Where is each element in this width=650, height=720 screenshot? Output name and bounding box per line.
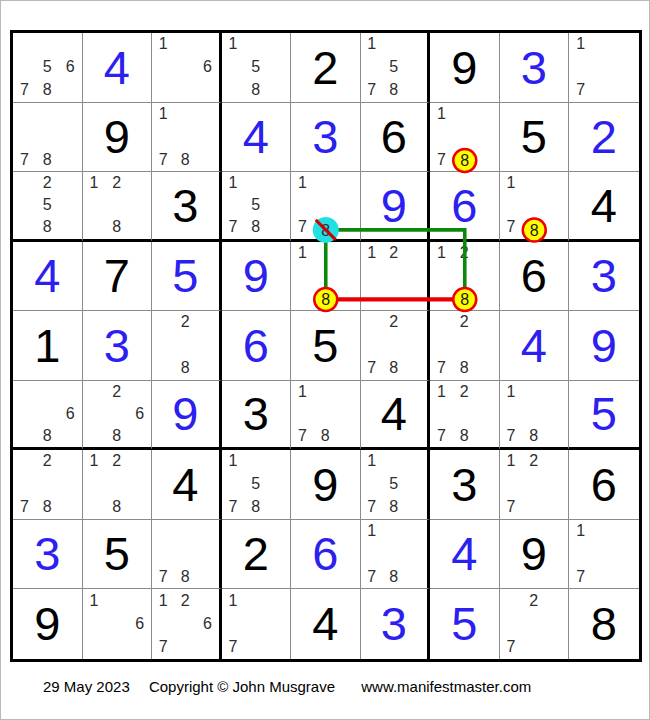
candidate-digit [174,520,196,543]
candidate-digit [174,334,196,357]
given-digit: 3 [152,172,219,239]
candidate-digit: 1 [291,172,314,194]
cell-r2c6[interactable]: 6 [361,103,431,173]
candidate-digit [196,125,218,148]
cell-r3c2[interactable]: 128 [83,172,153,242]
cell-r8c9[interactable]: 17 [569,520,639,590]
cell-r5c9[interactable]: 9 [569,311,639,381]
candidate-grid: 68 [13,381,82,448]
cell-r7c7[interactable]: 3 [430,450,500,520]
cell-r8c7[interactable]: 4 [430,520,500,590]
candidate-digit [500,403,523,425]
candidate-grid: 16 [83,589,152,659]
cell-r9c9[interactable]: 8 [569,589,639,659]
candidate-digit: 7 [361,565,383,588]
candidate-digit [267,496,290,519]
cell-r9c6[interactable]: 3 [361,589,431,659]
given-digit: 9 [500,520,569,589]
candidate-digit [83,496,106,519]
cell-r8c5[interactable]: 6 [291,520,361,590]
cell-r1c4[interactable]: 158 [222,33,292,103]
candidate-digit [476,311,499,334]
candidate-digit [267,194,290,216]
solved-digit: 4 [83,33,152,102]
candidate-digit [405,242,427,265]
candidate-digit [430,311,453,334]
candidate-digit [59,473,82,496]
candidate-grid: 128 [83,172,152,239]
candidate-digit: 7 [13,148,36,171]
candidate-digit [59,450,82,473]
candidate-digit: 8 [314,287,337,310]
candidate-digit [361,542,383,565]
candidate-digit [545,194,568,216]
candidate-digit [615,542,638,565]
cell-r7c9[interactable]: 6 [569,450,639,520]
candidate-digit [314,242,337,265]
cell-r9c1[interactable]: 9 [13,589,83,659]
cell-r4c4[interactable]: 9 [222,242,292,312]
cell-r8c6[interactable]: 178 [361,520,431,590]
candidate-digit [105,403,128,425]
solved-digit: 9 [222,242,291,311]
candidate-digit [361,287,383,310]
cell-r7c3[interactable]: 4 [152,450,222,520]
candidate-digit: 7 [569,565,592,588]
candidate-digit: 8 [105,425,128,447]
cell-r1c6[interactable]: 1578 [361,33,431,103]
cell-r8c4[interactable]: 2 [222,520,292,590]
candidate-grid: 12 [361,242,428,311]
given-digit: 4 [152,450,219,519]
cell-r4c5[interactable]: 18 [291,242,361,312]
candidate-digit [244,33,267,56]
cell-r5c5[interactable]: 5 [291,311,361,381]
candidate-grid: 278 [430,311,499,380]
candidate-digit: 1 [152,589,174,612]
cell-r9c7[interactable]: 5 [430,589,500,659]
candidate-digit [522,194,545,216]
candidate-digit [36,103,59,126]
cell-r5c1[interactable]: 1 [13,311,83,381]
cell-r9c5[interactable]: 4 [291,589,361,659]
candidate-digit: 1 [152,33,174,56]
candidate-digit [405,542,427,565]
candidate-digit: 5 [383,473,405,496]
candidate-grid: 127 [500,450,569,519]
candidate-digit [545,216,568,238]
given-digit: 9 [83,103,152,172]
candidate-digit [592,520,615,543]
solved-digit: 2 [569,103,639,172]
candidate-digit: 7 [361,357,383,380]
candidate-digit [500,194,523,216]
cell-r1c7[interactable]: 9 [430,33,500,103]
candidate-grid: 128 [430,242,499,311]
candidate-digit [59,172,82,194]
candidate-digit [222,194,245,216]
cell-r5c7[interactable]: 278 [430,311,500,381]
candidate-digit [314,172,337,194]
candidate-digit [196,542,218,565]
candidate-digit [83,425,106,447]
candidate-digit: 6 [59,403,82,425]
cell-r2c3[interactable]: 178 [152,103,222,173]
candidate-digit [337,425,360,447]
candidate-digit: 2 [383,242,405,265]
candidate-digit [59,381,82,403]
candidate-grid: 178 [500,381,569,448]
candidate-grid: 178 [152,103,219,172]
cell-r5c8[interactable]: 4 [500,311,570,381]
candidate-digit: 7 [361,496,383,519]
cell-r7c4[interactable]: 1578 [222,450,292,520]
candidate-digit [592,79,615,102]
candidate-grid: 1267 [152,589,219,659]
candidate-grid: 178 [500,172,569,239]
candidate-digit: 1 [83,172,106,194]
candidate-digit [430,264,453,287]
candidate-digit: 2 [36,172,59,194]
candidate-digit [569,56,592,79]
candidate-digit [174,612,196,635]
candidate-digit: 8 [36,425,59,447]
cell-r8c8[interactable]: 9 [500,520,570,590]
candidate-digit [13,450,36,473]
candidate-digit [196,103,218,126]
candidate-digit [174,56,196,79]
candidate-digit: 8 [174,148,196,171]
candidate-digit [13,172,36,194]
cell-r3c3[interactable]: 3 [152,172,222,242]
candidate-digit: 8 [174,565,196,588]
candidate-digit [152,56,174,79]
cell-r4c6[interactable]: 12 [361,242,431,312]
candidate-grid: 28 [152,311,219,380]
candidate-digit [592,542,615,565]
candidate-digit [83,194,106,216]
given-digit: 9 [13,589,82,659]
candidate-digit [405,565,427,588]
solved-digit: 5 [569,381,639,448]
candidate-digit [128,496,151,519]
candidate-digit: 7 [430,357,453,380]
candidate-digit [222,473,245,496]
candidate-digit [337,264,360,287]
candidate-digit [361,473,383,496]
solved-digit: 5 [152,242,219,311]
candidate-digit [314,403,337,425]
cell-r9c8[interactable]: 27 [500,589,570,659]
candidate-digit: 1 [291,242,314,265]
candidate-digit [83,635,106,658]
candidate-digit [476,148,499,171]
candidate-digit [405,334,427,357]
cell-r8c3[interactable]: 78 [152,520,222,590]
cell-r3c8[interactable]: 178 [500,172,570,242]
cell-r8c1[interactable]: 3 [13,520,83,590]
candidate-digit: 8 [453,148,476,171]
cell-r2c2[interactable]: 9 [83,103,153,173]
cell-r2c9[interactable]: 2 [569,103,639,173]
candidate-digit: 2 [383,311,405,334]
candidate-digit: 2 [453,381,476,403]
cell-r3c9[interactable]: 4 [569,172,639,242]
cell-r1c8[interactable]: 3 [500,33,570,103]
candidate-digit [405,33,427,56]
cell-r6c4[interactable]: 3 [222,381,292,451]
candidate-digit [128,450,151,473]
candidate-digit [59,33,82,56]
cell-r6c1[interactable]: 68 [13,381,83,451]
candidate-digit [476,287,499,310]
candidate-digit: 8 [174,357,196,380]
candidate-digit [405,473,427,496]
candidate-digit [545,381,568,403]
given-digit: 6 [569,450,639,519]
candidate-digit [337,381,360,403]
candidate-digit: 1 [222,33,245,56]
cell-r4c9[interactable]: 3 [569,242,639,312]
candidate-digit [196,520,218,543]
cell-r7c2[interactable]: 128 [83,450,153,520]
candidate-digit [59,425,82,447]
candidate-digit [174,125,196,148]
cell-r4c1[interactable]: 4 [13,242,83,312]
cell-r3c5[interactable]: 178 [291,172,361,242]
candidate-digit [383,542,405,565]
candidate-grid: 278 [13,450,82,519]
candidate-digit [405,264,427,287]
cell-r8c2[interactable]: 5 [83,520,153,590]
cell-r2c5[interactable]: 3 [291,103,361,173]
cell-r3c1[interactable]: 258 [13,172,83,242]
cell-r7c8[interactable]: 127 [500,450,570,520]
candidate-digit [545,473,568,496]
candidate-digit [244,635,267,658]
candidate-digit [128,635,151,658]
candidate-digit [267,589,290,612]
cell-r1c2[interactable]: 4 [83,33,153,103]
candidate-digit: 6 [59,56,82,79]
footer-website-link[interactable]: www.manifestmaster.com [361,678,531,695]
candidate-digit [615,79,638,102]
candidate-digit [174,542,196,565]
given-digit: 8 [569,589,639,659]
candidate-digit [83,473,106,496]
cell-r7c6[interactable]: 1578 [361,450,431,520]
candidate-grid: 1578 [361,33,428,102]
candidate-digit [83,612,106,635]
given-digit: 4 [569,172,639,239]
cell-r2c1[interactable]: 78 [13,103,83,173]
candidate-digit: 8 [453,357,476,380]
cell-r7c5[interactable]: 9 [291,450,361,520]
candidate-grid: 1278 [430,381,499,448]
candidate-digit [383,287,405,310]
candidate-digit [476,381,499,403]
candidate-digit [383,450,405,473]
cell-r9c2[interactable]: 16 [83,589,153,659]
candidate-grid: 158 [222,33,291,102]
sudoku-page: 5678416158215789317789178436178522581283… [0,0,650,720]
candidate-digit: 7 [291,216,314,238]
candidate-digit [615,56,638,79]
cell-r3c6[interactable]: 9 [361,172,431,242]
candidate-digit [383,520,405,543]
candidate-digit [545,612,568,635]
candidate-digit [222,56,245,79]
candidate-digit [244,450,267,473]
candidate-digit: 7 [500,216,523,238]
candidate-grid: 1578 [222,450,291,519]
solved-digit: 4 [500,311,569,380]
candidate-digit [476,125,499,148]
candidate-digit [337,172,360,194]
cell-r1c5[interactable]: 2 [291,33,361,103]
cell-r6c3[interactable]: 9 [152,381,222,451]
candidate-digit: 8 [522,425,545,447]
cell-r5c3[interactable]: 28 [152,311,222,381]
candidate-digit [59,103,82,126]
candidate-digit: 5 [383,56,405,79]
candidate-digit: 8 [36,216,59,238]
candidate-digit [522,496,545,519]
candidate-grid: 258 [13,172,82,239]
candidate-digit: 1 [222,172,245,194]
cell-r6c7[interactable]: 1278 [430,381,500,451]
cell-r6c8[interactable]: 178 [500,381,570,451]
candidate-digit: 7 [222,635,245,658]
candidate-digit: 5 [244,194,267,216]
candidate-digit: 5 [244,56,267,79]
candidate-digit [430,125,453,148]
cell-r3c4[interactable]: 1578 [222,172,292,242]
solved-digit: 9 [152,381,219,448]
cell-r5c4[interactable]: 6 [222,311,292,381]
candidate-digit [522,403,545,425]
cell-r2c4[interactable]: 4 [222,103,292,173]
candidate-digit: 2 [522,589,545,612]
candidate-digit [545,425,568,447]
candidate-digit [361,56,383,79]
candidate-digit: 7 [500,635,523,658]
candidate-digit [152,357,174,380]
candidate-digit [545,496,568,519]
candidate-digit [500,589,523,612]
cell-r6c2[interactable]: 268 [83,381,153,451]
candidate-digit [405,357,427,380]
candidate-digit [59,496,82,519]
candidate-digit [453,334,476,357]
solved-digit: 3 [291,103,360,172]
candidate-digit [222,612,245,635]
candidate-digit [152,125,174,148]
candidate-digit [267,635,290,658]
candidate-digit [592,33,615,56]
candidate-digit [405,287,427,310]
cell-r7c1[interactable]: 278 [13,450,83,520]
candidate-digit [196,565,218,588]
cell-r6c6[interactable]: 4 [361,381,431,451]
candidate-grid: 27 [500,589,569,659]
cell-r4c8[interactable]: 6 [500,242,570,312]
candidate-digit [453,125,476,148]
candidate-digit [615,33,638,56]
cell-r4c7[interactable]: 128 [430,242,500,312]
candidate-grid: 17 [569,520,639,589]
candidate-digit: 7 [500,496,523,519]
cell-r4c3[interactable]: 5 [152,242,222,312]
solved-digit: 9 [361,172,428,239]
candidate-digit: 5 [244,473,267,496]
candidate-digit [36,473,59,496]
candidate-digit: 8 [105,216,128,238]
candidate-digit [13,425,36,447]
candidate-digit [128,589,151,612]
candidate-digit [174,635,196,658]
cell-r9c4[interactable]: 17 [222,589,292,659]
cell-r6c5[interactable]: 178 [291,381,361,451]
given-digit: 9 [291,450,360,519]
candidate-digit: 6 [196,612,218,635]
cell-r6c9[interactable]: 5 [569,381,639,451]
sudoku-board: 5678416158215789317789178436178522581283… [10,30,642,662]
candidate-grid: 178 [291,172,360,239]
candidate-digit: 8 [383,496,405,519]
candidate-digit: 5 [36,194,59,216]
cell-r5c6[interactable]: 278 [361,311,431,381]
footer: 29 May 2023 Copyright © John Musgrave ww… [43,678,546,695]
solved-digit: 6 [291,520,360,589]
candidate-digit: 6 [196,56,218,79]
candidate-digit [196,357,218,380]
candidate-digit [267,172,290,194]
cell-r3c7[interactable]: 6 [430,172,500,242]
candidate-digit [453,403,476,425]
cell-r4c2[interactable]: 7 [83,242,153,312]
cell-r5c2[interactable]: 3 [83,311,153,381]
candidate-digit [405,311,427,334]
cell-r2c8[interactable]: 5 [500,103,570,173]
candidate-digit [13,194,36,216]
candidate-digit [196,33,218,56]
cell-r9c3[interactable]: 1267 [152,589,222,659]
candidate-digit [314,381,337,403]
given-digit: 3 [430,450,499,519]
candidate-digit: 8 [453,425,476,447]
candidate-digit: 6 [128,403,151,425]
candidate-digit: 7 [569,79,592,102]
candidate-digit: 8 [36,79,59,102]
candidate-digit [361,264,383,287]
candidate-digit: 1 [361,520,383,543]
solved-digit: 4 [222,103,291,172]
solved-digit: 3 [569,242,639,311]
solved-digit: 9 [569,311,639,380]
cell-r2c7[interactable]: 178 [430,103,500,173]
candidate-digit [128,473,151,496]
candidate-digit [244,172,267,194]
cell-r1c1[interactable]: 5678 [13,33,83,103]
candidate-digit: 7 [13,79,36,102]
candidate-digit: 1 [500,450,523,473]
candidate-digit [128,425,151,447]
cell-r1c3[interactable]: 16 [152,33,222,103]
candidate-digit [59,216,82,238]
candidate-digit: 8 [244,216,267,238]
cell-r1c9[interactable]: 17 [569,33,639,103]
